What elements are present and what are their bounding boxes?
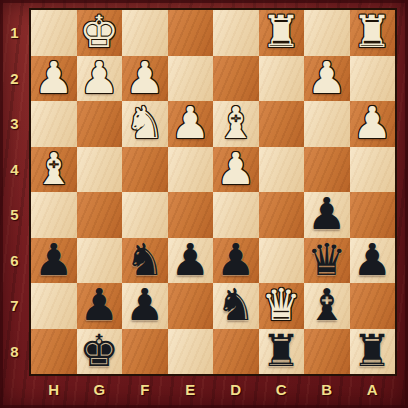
piece-white-bishop: ♝: [34, 146, 73, 191]
square-e2[interactable]: [168, 56, 214, 102]
piece-white-bishop: ♝: [216, 100, 255, 145]
piece-white-pawn: ♟: [353, 100, 392, 145]
square-a4[interactable]: [350, 147, 396, 193]
square-b2[interactable]: ♟: [304, 56, 350, 102]
square-h7[interactable]: [31, 283, 77, 329]
piece-white-pawn: ♟: [171, 100, 210, 145]
piece-white-pawn: ♟: [307, 55, 346, 100]
file-label-e: E: [168, 375, 214, 404]
square-d5[interactable]: [213, 192, 259, 238]
square-a3[interactable]: ♟: [350, 101, 396, 147]
square-g8[interactable]: ♚: [77, 329, 123, 375]
square-g7[interactable]: ♟: [77, 283, 123, 329]
square-f7[interactable]: ♟: [122, 283, 168, 329]
square-d3[interactable]: ♝: [213, 101, 259, 147]
piece-white-pawn: ♟: [34, 55, 73, 100]
square-c4[interactable]: [259, 147, 305, 193]
piece-white-pawn: ♟: [125, 55, 164, 100]
piece-black-pawn: ♟: [353, 237, 392, 282]
piece-white-rook: ♜: [262, 9, 301, 54]
file-label-h: H: [31, 375, 77, 404]
square-d7[interactable]: ♞: [213, 283, 259, 329]
piece-black-queen: ♛: [307, 237, 346, 282]
square-e1[interactable]: [168, 10, 214, 56]
square-b4[interactable]: [304, 147, 350, 193]
rank-label-8: 8: [0, 329, 29, 375]
square-g2[interactable]: ♟: [77, 56, 123, 102]
piece-black-pawn: ♟: [216, 237, 255, 282]
square-a6[interactable]: ♟: [350, 238, 396, 284]
piece-white-pawn: ♟: [216, 146, 255, 191]
piece-white-rook: ♜: [353, 9, 392, 54]
square-b6[interactable]: ♛: [304, 238, 350, 284]
square-f6[interactable]: ♞: [122, 238, 168, 284]
file-label-c: C: [259, 375, 305, 404]
piece-white-king: ♚: [80, 9, 119, 54]
piece-black-knight: ♞: [125, 237, 164, 282]
piece-white-pawn: ♟: [80, 55, 119, 100]
square-c6[interactable]: [259, 238, 305, 284]
rank-labels: 12345678: [0, 10, 29, 374]
square-c2[interactable]: [259, 56, 305, 102]
file-label-d: D: [213, 375, 259, 404]
square-h6[interactable]: ♟: [31, 238, 77, 284]
file-label-a: A: [350, 375, 396, 404]
square-a7[interactable]: [350, 283, 396, 329]
square-b3[interactable]: [304, 101, 350, 147]
rank-label-1: 1: [0, 10, 29, 56]
square-d1[interactable]: [213, 10, 259, 56]
square-a1[interactable]: ♜: [350, 10, 396, 56]
piece-black-king: ♚: [80, 328, 119, 373]
square-f4[interactable]: [122, 147, 168, 193]
square-f1[interactable]: [122, 10, 168, 56]
square-h4[interactable]: ♝: [31, 147, 77, 193]
square-g6[interactable]: [77, 238, 123, 284]
file-labels: HGFEDCBA: [31, 375, 395, 404]
square-c7[interactable]: ♛: [259, 283, 305, 329]
rank-label-5: 5: [0, 192, 29, 238]
square-a2[interactable]: [350, 56, 396, 102]
piece-black-bishop: ♝: [307, 282, 346, 327]
square-d6[interactable]: ♟: [213, 238, 259, 284]
piece-black-pawn: ♟: [125, 282, 164, 327]
square-g1[interactable]: ♚: [77, 10, 123, 56]
square-h2[interactable]: ♟: [31, 56, 77, 102]
piece-white-knight: ♞: [125, 100, 164, 145]
rank-label-2: 2: [0, 56, 29, 102]
piece-black-pawn: ♟: [171, 237, 210, 282]
square-e7[interactable]: [168, 283, 214, 329]
chess-board: ♚♜♜♟♟♟♟♞♟♝♟♝♟♟♟♞♟♟♛♟♟♟♞♛♝♚♜♜: [29, 8, 397, 376]
piece-black-pawn: ♟: [80, 282, 119, 327]
square-e8[interactable]: [168, 329, 214, 375]
rank-label-4: 4: [0, 147, 29, 193]
file-label-g: G: [77, 375, 123, 404]
square-f8[interactable]: [122, 329, 168, 375]
file-label-b: B: [304, 375, 350, 404]
square-c1[interactable]: ♜: [259, 10, 305, 56]
square-a8[interactable]: ♜: [350, 329, 396, 375]
piece-white-queen: ♛: [262, 282, 301, 327]
square-c3[interactable]: [259, 101, 305, 147]
square-b5[interactable]: ♟: [304, 192, 350, 238]
square-g4[interactable]: [77, 147, 123, 193]
square-d2[interactable]: [213, 56, 259, 102]
piece-black-rook: ♜: [353, 328, 392, 373]
square-b8[interactable]: [304, 329, 350, 375]
rank-label-7: 7: [0, 283, 29, 329]
square-h5[interactable]: [31, 192, 77, 238]
square-c8[interactable]: ♜: [259, 329, 305, 375]
square-h8[interactable]: [31, 329, 77, 375]
rank-label-3: 3: [0, 101, 29, 147]
square-e4[interactable]: [168, 147, 214, 193]
rank-label-6: 6: [0, 238, 29, 284]
square-b7[interactable]: ♝: [304, 283, 350, 329]
square-e3[interactable]: ♟: [168, 101, 214, 147]
square-e6[interactable]: ♟: [168, 238, 214, 284]
chess-board-frame: 12345678 HGFEDCBA ♚♜♜♟♟♟♟♞♟♝♟♝♟♟♟♞♟♟♛♟♟♟…: [0, 0, 408, 408]
square-f2[interactable]: ♟: [122, 56, 168, 102]
square-b1[interactable]: [304, 10, 350, 56]
square-f5[interactable]: [122, 192, 168, 238]
square-g5[interactable]: [77, 192, 123, 238]
square-e5[interactable]: [168, 192, 214, 238]
square-a5[interactable]: [350, 192, 396, 238]
piece-black-rook: ♜: [262, 328, 301, 373]
square-h1[interactable]: [31, 10, 77, 56]
square-g3[interactable]: [77, 101, 123, 147]
piece-black-pawn: ♟: [307, 191, 346, 236]
square-d8[interactable]: [213, 329, 259, 375]
piece-black-pawn: ♟: [34, 237, 73, 282]
square-h3[interactable]: [31, 101, 77, 147]
square-c5[interactable]: [259, 192, 305, 238]
square-d4[interactable]: ♟: [213, 147, 259, 193]
file-label-f: F: [122, 375, 168, 404]
square-f3[interactable]: ♞: [122, 101, 168, 147]
piece-black-knight: ♞: [216, 282, 255, 327]
